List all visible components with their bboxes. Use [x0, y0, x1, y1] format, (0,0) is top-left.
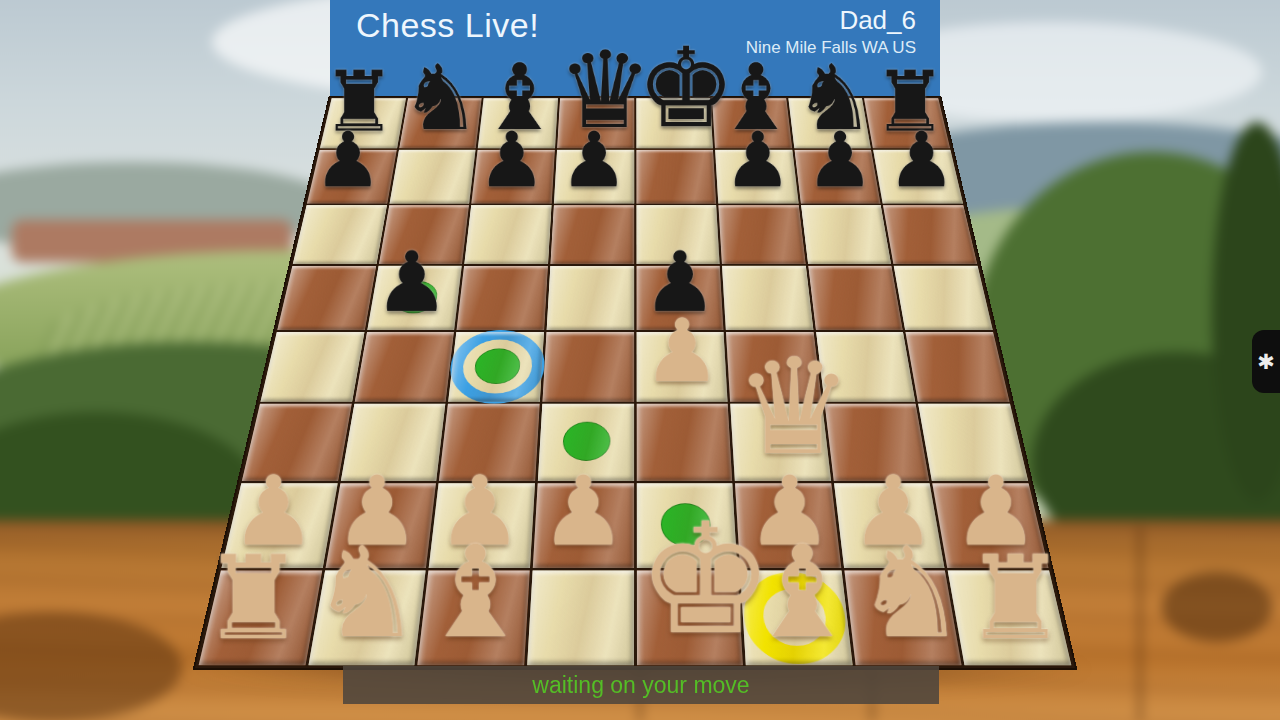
app-screen: Chess Live! Dad_6 Nine Mile Falls WA US …: [0, 0, 1280, 720]
square-f7[interactable]: ♟: [715, 150, 798, 204]
piece-black-pawn[interactable]: ♟: [800, 122, 880, 198]
square-d2[interactable]: ♟: [533, 483, 634, 568]
square-d7[interactable]: ♟: [554, 150, 634, 204]
piece-white-knight[interactable]: ♞: [854, 531, 960, 656]
piece-black-knight[interactable]: ♞: [400, 53, 477, 144]
square-a5[interactable]: [277, 266, 376, 330]
piece-black-pawn[interactable]: ♟: [308, 122, 388, 198]
piece-black-pawn[interactable]: ♟: [368, 240, 455, 323]
piece-black-pawn[interactable]: ♟: [882, 122, 962, 198]
square-a7[interactable]: ♟: [307, 150, 397, 204]
square-e1[interactable]: ♚: [636, 571, 743, 665]
square-h5[interactable]: [894, 266, 993, 330]
square-f5[interactable]: [722, 266, 813, 330]
square-h1[interactable]: ♜: [948, 571, 1071, 665]
square-h6[interactable]: [883, 205, 977, 264]
table-plank-seam: [1138, 527, 1142, 720]
square-c5[interactable]: [457, 266, 548, 330]
piece-white-knight[interactable]: ♞: [310, 531, 416, 656]
piece-white-rook[interactable]: ♜: [963, 541, 1069, 656]
square-d4[interactable]: [542, 332, 633, 402]
piece-white-rook[interactable]: ♜: [201, 541, 307, 656]
square-g7[interactable]: ♟: [794, 150, 880, 204]
piece-black-pawn[interactable]: ♟: [718, 122, 798, 198]
piece-white-pawn[interactable]: ♟: [636, 308, 727, 395]
square-b1[interactable]: ♞: [308, 571, 426, 665]
square-h7[interactable]: ♟: [873, 150, 963, 204]
square-f1[interactable]: ♝: [740, 571, 852, 665]
square-b8[interactable]: ♞: [399, 98, 482, 148]
wood-knot: [1162, 572, 1272, 642]
piece-white-king[interactable]: ♚: [636, 503, 742, 656]
square-g6[interactable]: [801, 205, 891, 264]
square-c6[interactable]: [464, 205, 551, 264]
square-b7[interactable]: [389, 150, 475, 204]
piece-white-pawn[interactable]: ♟: [533, 464, 633, 560]
asterisk-icon: ✱: [1257, 350, 1275, 373]
legal-move-dot[interactable]: [473, 348, 521, 383]
square-e4[interactable]: ♟: [636, 332, 727, 402]
square-f6[interactable]: [719, 205, 806, 264]
menu-tab[interactable]: ✱: [1252, 330, 1280, 393]
square-h4[interactable]: [906, 332, 1010, 402]
square-c1[interactable]: ♝: [418, 571, 530, 665]
piece-white-bishop[interactable]: ♝: [419, 529, 525, 656]
app-title: Chess Live!: [356, 6, 539, 45]
square-a4[interactable]: [260, 332, 364, 402]
square-e7[interactable]: [636, 150, 716, 204]
chess-board: ♜♞♝♛♚♝♞♜♟♟♟♟♟♟♟♟♟♛♟♟♟♟♟♟♟♜♞♝♚♝♞♜: [195, 97, 1075, 668]
piece-black-pawn[interactable]: ♟: [554, 122, 634, 198]
player-name: Dad_6: [839, 5, 916, 36]
square-a1[interactable]: ♜: [199, 571, 322, 665]
piece-black-king[interactable]: ♚: [636, 33, 713, 144]
piece-white-bishop[interactable]: ♝: [745, 529, 851, 656]
square-c4[interactable]: [448, 332, 544, 402]
square-g5[interactable]: [808, 266, 903, 330]
piece-white-queen[interactable]: ♛: [735, 341, 830, 474]
square-c7[interactable]: ♟: [472, 150, 555, 204]
piece-black-pawn[interactable]: ♟: [472, 122, 552, 198]
square-d6[interactable]: [550, 205, 634, 264]
square-b4[interactable]: [354, 332, 454, 402]
status-bar: waiting on your move: [343, 666, 939, 704]
square-e8[interactable]: ♚: [636, 98, 713, 148]
square-e3[interactable]: [636, 404, 732, 481]
square-d5[interactable]: [547, 266, 634, 330]
status-message: waiting on your move: [532, 672, 749, 698]
square-b5[interactable]: ♟: [367, 266, 462, 330]
square-d1[interactable]: [527, 571, 634, 665]
square-g1[interactable]: ♞: [844, 571, 962, 665]
